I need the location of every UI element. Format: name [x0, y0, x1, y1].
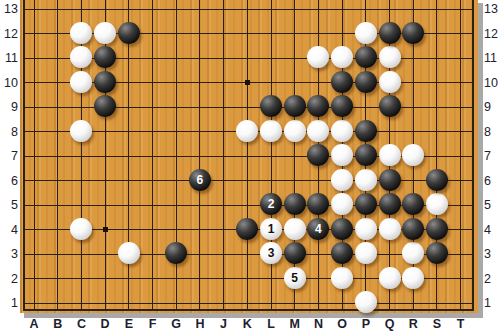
- stone-white-K8[interactable]: [236, 120, 258, 142]
- row-label-left-10: 10: [0, 75, 18, 91]
- stone-black-R12[interactable]: [402, 22, 424, 44]
- stone-white-P1[interactable]: [355, 291, 377, 313]
- row-label-right-6: 6: [484, 173, 500, 189]
- stone-white-P12[interactable]: [355, 22, 377, 44]
- row-label-right-13: 13: [484, 1, 500, 17]
- stone-black-S6[interactable]: [426, 169, 448, 191]
- grid-vline: [247, 0, 248, 309]
- stone-white-C8[interactable]: [70, 120, 92, 142]
- stone-white-C12[interactable]: [70, 22, 92, 44]
- stone-white-P3[interactable]: [355, 242, 377, 264]
- stone-black-H6[interactable]: 6: [189, 169, 211, 191]
- row-label-left-9: 9: [0, 99, 18, 115]
- stone-black-L9[interactable]: [260, 95, 282, 117]
- col-label-E: E: [119, 317, 139, 331]
- stone-white-M4[interactable]: [284, 218, 306, 240]
- stone-black-D10[interactable]: [94, 71, 116, 93]
- stone-black-S4[interactable]: [426, 218, 448, 240]
- row-label-left-3: 3: [0, 246, 18, 262]
- stone-white-L3[interactable]: 3: [260, 242, 282, 264]
- col-label-D: D: [95, 317, 115, 331]
- col-label-O: O: [332, 317, 352, 331]
- col-label-L: L: [261, 317, 281, 331]
- col-label-K: K: [237, 317, 257, 331]
- move-number-label: 6: [197, 174, 204, 186]
- row-label-left-12: 12: [0, 26, 18, 42]
- col-label-N: N: [308, 317, 328, 331]
- col-label-M: M: [285, 317, 305, 331]
- stone-black-D11[interactable]: [94, 46, 116, 68]
- stone-black-D9[interactable]: [94, 95, 116, 117]
- stone-black-E12[interactable]: [118, 22, 140, 44]
- row-label-left-6: 6: [0, 173, 18, 189]
- col-label-T: T: [451, 317, 471, 331]
- move-number-label: 2: [268, 198, 275, 210]
- stone-white-D12[interactable]: [94, 22, 116, 44]
- row-label-right-3: 3: [484, 246, 500, 262]
- star-point: [245, 80, 250, 85]
- stone-white-C4[interactable]: [70, 218, 92, 240]
- row-label-left-5: 5: [0, 197, 18, 213]
- stone-white-O6[interactable]: [331, 169, 353, 191]
- move-number-label: 3: [268, 247, 275, 259]
- stone-white-S5[interactable]: [426, 193, 448, 215]
- stone-white-L4[interactable]: 1: [260, 218, 282, 240]
- stone-white-M8[interactable]: [284, 120, 306, 142]
- stone-black-P7[interactable]: [355, 144, 377, 166]
- row-label-right-12: 12: [484, 26, 500, 42]
- stone-black-P5[interactable]: [355, 193, 377, 215]
- stone-white-E3[interactable]: [118, 242, 140, 264]
- stone-white-O5[interactable]: [331, 193, 353, 215]
- grid-vline: [34, 0, 35, 309]
- stone-black-L5[interactable]: 2: [260, 193, 282, 215]
- stone-black-S3[interactable]: [426, 242, 448, 264]
- grid-vline: [460, 0, 461, 309]
- row-label-left-7: 7: [0, 148, 18, 164]
- grid-hline: [24, 180, 473, 181]
- col-label-A: A: [24, 317, 44, 331]
- row-label-right-4: 4: [484, 222, 500, 238]
- move-number-label: 4: [315, 223, 322, 235]
- stone-black-O4[interactable]: [331, 218, 353, 240]
- stone-white-O8[interactable]: [331, 120, 353, 142]
- col-label-S: S: [427, 317, 447, 331]
- row-label-left-8: 8: [0, 124, 18, 140]
- stone-white-P4[interactable]: [355, 218, 377, 240]
- row-label-right-9: 9: [484, 99, 500, 115]
- stone-black-O10[interactable]: [331, 71, 353, 93]
- go-app-screen: { "game": "Go (weiqi / baduk), partial v…: [0, 0, 500, 332]
- row-label-left-13: 13: [0, 1, 18, 17]
- stone-white-M2[interactable]: 5: [284, 267, 306, 289]
- stone-black-Q9[interactable]: [379, 95, 401, 117]
- stone-white-O2[interactable]: [331, 267, 353, 289]
- stone-white-Q10[interactable]: [379, 71, 401, 93]
- stone-black-K4[interactable]: [236, 218, 258, 240]
- stone-white-N8[interactable]: [307, 120, 329, 142]
- grid-hline: [24, 107, 473, 108]
- grid-hline: [24, 303, 473, 304]
- col-label-F: F: [143, 317, 163, 331]
- row-label-left-2: 2: [0, 271, 18, 287]
- stone-white-O7[interactable]: [331, 144, 353, 166]
- row-label-left-11: 11: [0, 50, 18, 66]
- col-label-J: J: [214, 317, 234, 331]
- row-label-left-4: 4: [0, 222, 18, 238]
- grid-vline: [152, 0, 153, 309]
- grid-vline: [199, 0, 200, 309]
- board-shadow-right: [478, 3, 483, 316]
- stone-white-R2[interactable]: [402, 267, 424, 289]
- stone-black-O9[interactable]: [331, 95, 353, 117]
- stone-black-P10[interactable]: [355, 71, 377, 93]
- stone-black-N4[interactable]: 4: [307, 218, 329, 240]
- row-label-right-11: 11: [484, 50, 500, 66]
- row-label-right-10: 10: [484, 75, 500, 91]
- stone-black-Q12[interactable]: [379, 22, 401, 44]
- stone-black-P11[interactable]: [355, 46, 377, 68]
- col-label-H: H: [190, 317, 210, 331]
- stone-white-Q11[interactable]: [379, 46, 401, 68]
- row-label-right-8: 8: [484, 124, 500, 140]
- grid-vline: [223, 0, 224, 309]
- row-label-left-1: 1: [0, 295, 18, 311]
- stone-black-M3[interactable]: [284, 242, 306, 264]
- stone-black-O3[interactable]: [331, 242, 353, 264]
- col-label-C: C: [71, 317, 91, 331]
- move-number-label: 5: [291, 272, 298, 284]
- stone-black-M9[interactable]: [284, 95, 306, 117]
- row-label-right-7: 7: [484, 148, 500, 164]
- row-label-right-1: 1: [484, 295, 500, 311]
- row-label-right-5: 5: [484, 197, 500, 213]
- grid-hline: [24, 9, 473, 10]
- stone-white-C10[interactable]: [70, 71, 92, 93]
- col-label-G: G: [166, 317, 186, 331]
- col-label-P: P: [356, 317, 376, 331]
- row-label-right-2: 2: [484, 271, 500, 287]
- stone-white-O11[interactable]: [331, 46, 353, 68]
- move-number-label: 1: [268, 223, 275, 235]
- stone-white-L8[interactable]: [260, 120, 282, 142]
- stone-black-R4[interactable]: [402, 218, 424, 240]
- stone-white-Q4[interactable]: [379, 218, 401, 240]
- star-point: [103, 227, 108, 232]
- col-label-R: R: [403, 317, 423, 331]
- stone-black-Q6[interactable]: [379, 169, 401, 191]
- stone-black-P8[interactable]: [355, 120, 377, 142]
- col-label-Q: Q: [380, 317, 400, 331]
- stone-white-Q7[interactable]: [379, 144, 401, 166]
- stone-black-M5[interactable]: [284, 193, 306, 215]
- stone-white-P6[interactable]: [355, 169, 377, 191]
- stone-white-Q2[interactable]: [379, 267, 401, 289]
- col-label-B: B: [48, 317, 68, 331]
- grid-vline: [57, 0, 58, 309]
- stone-black-Q5[interactable]: [379, 193, 401, 215]
